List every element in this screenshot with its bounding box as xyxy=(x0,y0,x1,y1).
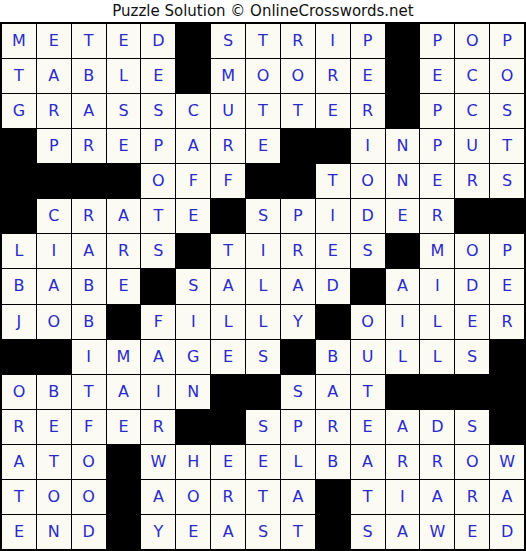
black-cell-r5-c8 xyxy=(246,164,280,198)
cell-r8-c12: A xyxy=(386,269,420,303)
cell-r1-c11: P xyxy=(351,24,385,58)
cell-r15-c14: E xyxy=(455,515,489,549)
cell-r10-c5: A xyxy=(141,340,175,374)
cell-r2-c13: E xyxy=(420,59,454,93)
cell-r12-c9: P xyxy=(281,410,315,444)
cell-r6-c8: S xyxy=(246,199,280,233)
cell-r13-c9: L xyxy=(281,445,315,479)
cell-r8-c1: B xyxy=(2,269,36,303)
cell-r1-c10: I xyxy=(316,24,350,58)
cell-r11-c4: A xyxy=(107,375,141,409)
cell-r4-c13: P xyxy=(420,129,454,163)
black-cell-r7-c12 xyxy=(386,234,420,268)
cell-r15-c9: T xyxy=(281,515,315,549)
cell-r1-c13: P xyxy=(420,24,454,58)
cell-r7-c5: S xyxy=(141,234,175,268)
cell-r7-c1: L xyxy=(2,234,36,268)
black-cell-r15-c4 xyxy=(107,515,141,549)
cell-r5-c7: F xyxy=(211,164,245,198)
cell-r2-c10: R xyxy=(316,59,350,93)
cell-r4-c6: A xyxy=(176,129,210,163)
black-cell-r11-c7 xyxy=(211,375,245,409)
cell-r12-c8: S xyxy=(246,410,280,444)
cell-r13-c1: A xyxy=(2,445,36,479)
cell-r2-c5: E xyxy=(141,59,175,93)
black-cell-r14-c10 xyxy=(316,480,350,514)
cell-r9-c12: I xyxy=(386,305,420,339)
cell-r8-c2: A xyxy=(37,269,71,303)
cell-r6-c5: T xyxy=(141,199,175,233)
cell-r7-c7: T xyxy=(211,234,245,268)
cell-r15-c15: D xyxy=(490,515,524,549)
cell-r3-c1: G xyxy=(2,94,36,128)
cell-r2-c3: B xyxy=(72,59,106,93)
crossword-grid: METEDSTRIPPOPTABLEMOOREECOGRASSCUTTERPCS… xyxy=(0,22,526,551)
cell-r4-c8: E xyxy=(246,129,280,163)
cell-r6-c13: R xyxy=(420,199,454,233)
cell-r2-c11: E xyxy=(351,59,385,93)
cell-r12-c11: E xyxy=(351,410,385,444)
cell-r3-c4: S xyxy=(107,94,141,128)
cell-r15-c8: S xyxy=(246,515,280,549)
cell-r13-c6: H xyxy=(176,445,210,479)
cell-r9-c11: O xyxy=(351,305,385,339)
black-cell-r4-c9 xyxy=(281,129,315,163)
cell-r15-c12: A xyxy=(386,515,420,549)
black-cell-r5-c4 xyxy=(107,164,141,198)
cell-r12-c2: E xyxy=(37,410,71,444)
cell-r14-c14: R xyxy=(455,480,489,514)
cell-r3-c3: A xyxy=(72,94,106,128)
cell-r15-c11: S xyxy=(351,515,385,549)
cell-r2-c1: T xyxy=(2,59,36,93)
cell-r4-c11: I xyxy=(351,129,385,163)
cell-r8-c10: D xyxy=(316,269,350,303)
black-cell-r4-c1 xyxy=(2,129,36,163)
cell-r11-c11: T xyxy=(351,375,385,409)
cell-r10-c3: I xyxy=(72,340,106,374)
cell-r9-c6: I xyxy=(176,305,210,339)
cell-r7-c14: O xyxy=(455,234,489,268)
cell-r12-c3: F xyxy=(72,410,106,444)
cell-r3-c13: P xyxy=(420,94,454,128)
cell-r6-c6: E xyxy=(176,199,210,233)
cell-r2-c9: O xyxy=(281,59,315,93)
cell-r6-c9: P xyxy=(281,199,315,233)
cell-r9-c15: R xyxy=(490,305,524,339)
cell-r14-c5: A xyxy=(141,480,175,514)
cell-r15-c13: W xyxy=(420,515,454,549)
black-cell-r6-c15 xyxy=(490,199,524,233)
cell-r1-c3: T xyxy=(72,24,106,58)
cell-r3-c11: R xyxy=(351,94,385,128)
black-cell-r5-c9 xyxy=(281,164,315,198)
cell-r6-c4: A xyxy=(107,199,141,233)
cell-r9-c3: B xyxy=(72,305,106,339)
cell-r8-c7: A xyxy=(211,269,245,303)
cell-r10-c14: S xyxy=(455,340,489,374)
cell-r1-c15: P xyxy=(490,24,524,58)
cell-r2-c8: O xyxy=(246,59,280,93)
black-cell-r5-c1 xyxy=(2,164,36,198)
cell-r4-c3: R xyxy=(72,129,106,163)
cell-r8-c13: I xyxy=(420,269,454,303)
cell-r6-c2: C xyxy=(37,199,71,233)
black-cell-r2-c12 xyxy=(386,59,420,93)
black-cell-r12-c15 xyxy=(490,410,524,444)
cell-r12-c12: A xyxy=(386,410,420,444)
black-cell-r3-c12 xyxy=(386,94,420,128)
cell-r7-c2: I xyxy=(37,234,71,268)
cell-r1-c9: R xyxy=(281,24,315,58)
page-title: Puzzle Solution © OnlineCrosswords.net xyxy=(0,0,526,22)
cell-r11-c2: B xyxy=(37,375,71,409)
cell-r5-c10: T xyxy=(316,164,350,198)
cell-r1-c7: S xyxy=(211,24,245,58)
cell-r1-c4: E xyxy=(107,24,141,58)
cell-r7-c3: A xyxy=(72,234,106,268)
cell-r5-c15: S xyxy=(490,164,524,198)
black-cell-r7-c6 xyxy=(176,234,210,268)
cell-r4-c5: P xyxy=(141,129,175,163)
cell-r12-c5: R xyxy=(141,410,175,444)
cell-r12-c14: S xyxy=(455,410,489,444)
cell-r3-c5: S xyxy=(141,94,175,128)
cell-r14-c6: O xyxy=(176,480,210,514)
cell-r6-c11: D xyxy=(351,199,385,233)
cell-r7-c8: I xyxy=(246,234,280,268)
cell-r5-c6: F xyxy=(176,164,210,198)
cell-r7-c9: R xyxy=(281,234,315,268)
cell-r3-c15: S xyxy=(490,94,524,128)
black-cell-r10-c9 xyxy=(281,340,315,374)
black-cell-r11-c12 xyxy=(386,375,420,409)
cell-r3-c2: R xyxy=(37,94,71,128)
cell-r4-c2: P xyxy=(37,129,71,163)
cell-r10-c11: U xyxy=(351,340,385,374)
cell-r14-c15: A xyxy=(490,480,524,514)
cell-r15-c6: E xyxy=(176,515,210,549)
cell-r8-c4: E xyxy=(107,269,141,303)
cell-r15-c7: A xyxy=(211,515,245,549)
black-cell-r14-c4 xyxy=(107,480,141,514)
black-cell-r10-c1 xyxy=(2,340,36,374)
cell-r14-c11: T xyxy=(351,480,385,514)
cell-r7-c10: E xyxy=(316,234,350,268)
cell-r12-c1: R xyxy=(2,410,36,444)
cell-r13-c13: R xyxy=(420,445,454,479)
cell-r8-c6: S xyxy=(176,269,210,303)
cell-r2-c2: A xyxy=(37,59,71,93)
black-cell-r12-c6 xyxy=(176,410,210,444)
black-cell-r6-c1 xyxy=(2,199,36,233)
cell-r2-c15: O xyxy=(490,59,524,93)
black-cell-r11-c14 xyxy=(455,375,489,409)
cell-r14-c3: O xyxy=(72,480,106,514)
black-cell-r1-c12 xyxy=(386,24,420,58)
black-cell-r2-c6 xyxy=(176,59,210,93)
black-cell-r6-c7 xyxy=(211,199,245,233)
black-cell-r4-c10 xyxy=(316,129,350,163)
cell-r8-c14: D xyxy=(455,269,489,303)
cell-r1-c8: T xyxy=(246,24,280,58)
cell-r13-c15: W xyxy=(490,445,524,479)
cell-r13-c11: A xyxy=(351,445,385,479)
black-cell-r6-c14 xyxy=(455,199,489,233)
cell-r7-c11: S xyxy=(351,234,385,268)
cell-r13-c14: O xyxy=(455,445,489,479)
cell-r9-c13: L xyxy=(420,305,454,339)
black-cell-r1-c6 xyxy=(176,24,210,58)
cell-r10-c13: L xyxy=(420,340,454,374)
cell-r1-c2: E xyxy=(37,24,71,58)
cell-r9-c2: O xyxy=(37,305,71,339)
cell-r13-c2: T xyxy=(37,445,71,479)
cell-r14-c1: T xyxy=(2,480,36,514)
cell-r15-c3: D xyxy=(72,515,106,549)
cell-r12-c4: E xyxy=(107,410,141,444)
cell-r12-c13: D xyxy=(420,410,454,444)
cell-r4-c14: U xyxy=(455,129,489,163)
cell-r3-c6: C xyxy=(176,94,210,128)
cell-r6-c10: I xyxy=(316,199,350,233)
cell-r14-c2: O xyxy=(37,480,71,514)
cell-r3-c9: T xyxy=(281,94,315,128)
cell-r9-c1: J xyxy=(2,305,36,339)
cell-r2-c4: L xyxy=(107,59,141,93)
black-cell-r11-c15 xyxy=(490,375,524,409)
cell-r5-c13: E xyxy=(420,164,454,198)
black-cell-r5-c3 xyxy=(72,164,106,198)
cell-r8-c3: B xyxy=(72,269,106,303)
cell-r10-c8: S xyxy=(246,340,280,374)
black-cell-r15-c10 xyxy=(316,515,350,549)
cell-r11-c3: T xyxy=(72,375,106,409)
cell-r6-c12: E xyxy=(386,199,420,233)
cell-r4-c12: N xyxy=(386,129,420,163)
cell-r9-c9: Y xyxy=(281,305,315,339)
black-cell-r5-c2 xyxy=(37,164,71,198)
cell-r4-c7: R xyxy=(211,129,245,163)
cell-r12-c10: R xyxy=(316,410,350,444)
black-cell-r9-c10 xyxy=(316,305,350,339)
black-cell-r13-c4 xyxy=(107,445,141,479)
cell-r11-c9: S xyxy=(281,375,315,409)
crossword-solution-page: Puzzle Solution © OnlineCrosswords.net M… xyxy=(0,0,526,551)
cell-r14-c12: I xyxy=(386,480,420,514)
black-cell-r9-c4 xyxy=(107,305,141,339)
black-cell-r10-c15 xyxy=(490,340,524,374)
black-cell-r8-c11 xyxy=(351,269,385,303)
cell-r9-c5: F xyxy=(141,305,175,339)
cell-r14-c13: A xyxy=(420,480,454,514)
cell-r11-c1: O xyxy=(2,375,36,409)
cell-r10-c10: B xyxy=(316,340,350,374)
cell-r3-c10: E xyxy=(316,94,350,128)
cell-r8-c15: E xyxy=(490,269,524,303)
cell-r5-c12: N xyxy=(386,164,420,198)
cell-r14-c7: R xyxy=(211,480,245,514)
cell-r13-c7: E xyxy=(211,445,245,479)
cell-r3-c7: U xyxy=(211,94,245,128)
cell-r13-c5: W xyxy=(141,445,175,479)
cell-r9-c8: L xyxy=(246,305,280,339)
cell-r3-c8: T xyxy=(246,94,280,128)
cell-r10-c12: L xyxy=(386,340,420,374)
cell-r1-c5: D xyxy=(141,24,175,58)
cell-r13-c12: R xyxy=(386,445,420,479)
cell-r14-c9: A xyxy=(281,480,315,514)
cell-r11-c5: I xyxy=(141,375,175,409)
cell-r9-c14: E xyxy=(455,305,489,339)
cell-r11-c10: A xyxy=(316,375,350,409)
cell-r15-c1: E xyxy=(2,515,36,549)
black-cell-r12-c7 xyxy=(211,410,245,444)
cell-r8-c9: A xyxy=(281,269,315,303)
cell-r4-c15: T xyxy=(490,129,524,163)
cell-r5-c5: O xyxy=(141,164,175,198)
cell-r15-c5: Y xyxy=(141,515,175,549)
black-cell-r8-c5 xyxy=(141,269,175,303)
cell-r10-c6: G xyxy=(176,340,210,374)
cell-r1-c1: M xyxy=(2,24,36,58)
cell-r14-c8: T xyxy=(246,480,280,514)
cell-r2-c7: M xyxy=(211,59,245,93)
cell-r7-c15: P xyxy=(490,234,524,268)
cell-r10-c4: M xyxy=(107,340,141,374)
cell-r9-c7: L xyxy=(211,305,245,339)
cell-r11-c6: N xyxy=(176,375,210,409)
cell-r7-c13: M xyxy=(420,234,454,268)
cell-r13-c3: O xyxy=(72,445,106,479)
cell-r1-c14: O xyxy=(455,24,489,58)
cell-r2-c14: C xyxy=(455,59,489,93)
cell-r15-c2: N xyxy=(37,515,71,549)
cell-r7-c4: R xyxy=(107,234,141,268)
cell-r10-c7: E xyxy=(211,340,245,374)
cell-r6-c3: R xyxy=(72,199,106,233)
black-cell-r10-c2 xyxy=(37,340,71,374)
cell-r5-c14: R xyxy=(455,164,489,198)
black-cell-r11-c13 xyxy=(420,375,454,409)
cell-r5-c11: O xyxy=(351,164,385,198)
cell-r13-c8: E xyxy=(246,445,280,479)
black-cell-r11-c8 xyxy=(246,375,280,409)
cell-r13-c10: B xyxy=(316,445,350,479)
cell-r3-c14: C xyxy=(455,94,489,128)
cell-r4-c4: E xyxy=(107,129,141,163)
cell-r8-c8: L xyxy=(246,269,280,303)
